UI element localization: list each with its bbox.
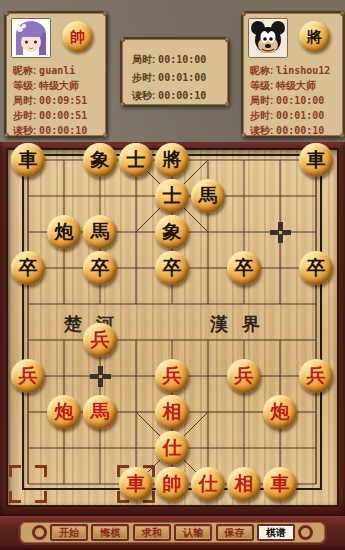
red-general-badge: 帥	[62, 21, 93, 52]
panel-corner-ornament	[225, 102, 230, 107]
piece-black-卒[interactable]: 卒	[11, 251, 45, 285]
panel-corner-ornament	[340, 11, 345, 16]
piece-black-炮[interactable]: 炮	[47, 215, 81, 249]
panel-corner-ornament	[241, 11, 246, 16]
info-label: 局时:	[132, 54, 158, 65]
piece-black-將[interactable]: 將	[155, 143, 189, 177]
info-value: 00:01:00	[158, 72, 206, 83]
black-info-row-2: 局时: 00:10:00	[250, 91, 340, 106]
player-panel-black: 將 昵称: linshou12等级: 特级大师局时: 00:10:00步时: 0…	[241, 11, 345, 138]
red-info-row-1: 等级: 特级大师	[13, 76, 103, 91]
piece-red-仕[interactable]: 仕	[155, 431, 189, 465]
panel-corner-ornament	[340, 133, 345, 138]
info-value: 特级大师	[276, 80, 316, 91]
black-info-row-4: 读秒: 00:00:10	[250, 121, 340, 136]
info-label: 等级:	[13, 80, 39, 91]
piece-black-車[interactable]: 車	[299, 143, 333, 177]
piece-red-兵[interactable]: 兵	[83, 323, 117, 357]
piece-black-馬[interactable]: 馬	[83, 215, 117, 249]
piece-black-士[interactable]: 士	[119, 143, 153, 177]
xiangqi-board[interactable]: 楚河 漢界 車象士將車士馬炮馬象卒卒卒卒卒兵兵兵兵兵炮馬相炮仕車帥仕相車	[8, 150, 337, 505]
bracket-corner	[35, 491, 47, 503]
info-value: 特级大师	[39, 80, 79, 91]
panel-corner-ornament	[4, 11, 9, 16]
red-info-row-2: 局时: 00:09:51	[13, 91, 103, 106]
black-player-info: 昵称: linshou12等级: 特级大师局时: 00:10:00步时: 00:…	[250, 61, 340, 136]
xiangqi-game-screen: 帥 昵称: guanli等级: 特级大师局时: 00:09:51步时: 00:0…	[0, 0, 345, 550]
red-player-info: 昵称: guanli等级: 特级大师局时: 00:09:51步时: 00:00:…	[13, 61, 103, 136]
info-label: 读秒:	[132, 90, 158, 101]
info-value: 00:01:00	[276, 110, 324, 121]
toolbar: 开始悔棋求和认输保存棋谱	[0, 516, 345, 550]
info-label: 读秒:	[250, 125, 276, 136]
info-label: 等级:	[250, 80, 276, 91]
info-value: 00:00:10	[158, 90, 206, 101]
info-label: 局时:	[250, 95, 276, 106]
piece-black-卒[interactable]: 卒	[299, 251, 333, 285]
board-frame: 楚河 漢界 車象士將車士馬炮馬象卒卒卒卒卒兵兵兵兵兵炮馬相炮仕車帥仕相車	[0, 142, 345, 516]
info-value: 00:09:51	[39, 95, 87, 106]
piece-black-卒[interactable]: 卒	[83, 251, 117, 285]
bracket-corner	[35, 465, 47, 477]
piece-red-兵[interactable]: 兵	[227, 359, 261, 393]
piece-red-兵[interactable]: 兵	[155, 359, 189, 393]
piece-red-車[interactable]: 車	[119, 467, 153, 501]
info-label: 昵称:	[250, 65, 276, 76]
avatar-black-player	[248, 18, 288, 58]
red-info-row-0: 昵称: guanli	[13, 61, 103, 76]
info-label: 步时:	[13, 110, 39, 121]
record-button[interactable]: 棋谱	[257, 524, 295, 541]
info-value: guanli	[39, 65, 75, 76]
info-value: 00:00:51	[39, 110, 87, 121]
piece-red-炮[interactable]: 炮	[47, 395, 81, 429]
cross-gap	[279, 231, 282, 234]
piece-black-卒[interactable]: 卒	[227, 251, 261, 285]
piece-red-相[interactable]: 相	[227, 467, 261, 501]
start-button[interactable]: 开始	[50, 524, 88, 541]
timer-info-row-2: 读秒: 00:00:10	[132, 85, 224, 103]
info-value: 00:10:00	[276, 95, 324, 106]
cross-gap	[99, 375, 102, 378]
red-info-row-4: 读秒: 00:00:10	[13, 121, 103, 136]
move-bracket-marker	[9, 465, 47, 503]
undo-button[interactable]: 悔棋	[91, 524, 129, 541]
panel-corner-ornament	[103, 11, 108, 16]
last-move-cross-marker	[270, 222, 291, 243]
avatar-red-player	[11, 18, 51, 58]
piece-red-兵[interactable]: 兵	[11, 359, 45, 393]
save-button[interactable]: 保存	[216, 524, 254, 541]
piece-red-車[interactable]: 車	[263, 467, 297, 501]
piece-red-兵[interactable]: 兵	[299, 359, 333, 393]
bracket-corner	[9, 465, 21, 477]
info-label: 步时:	[250, 110, 276, 121]
info-value: 00:00:10	[276, 125, 324, 136]
draw-button[interactable]: 求和	[133, 524, 171, 541]
piece-red-相[interactable]: 相	[155, 395, 189, 429]
player-panel-red: 帥 昵称: guanli等级: 特级大师局时: 00:09:51步时: 00:0…	[4, 11, 108, 138]
panel-corner-ornament	[225, 37, 230, 42]
timer-info-row-1: 步时: 00:01:00	[132, 67, 224, 85]
info-label: 昵称:	[13, 65, 39, 76]
piece-red-帥[interactable]: 帥	[155, 467, 189, 501]
piece-red-炮[interactable]: 炮	[263, 395, 297, 429]
piece-red-馬[interactable]: 馬	[83, 395, 117, 429]
river-text-right: 漢界	[210, 312, 274, 336]
red-info-row-3: 步时: 00:00:51	[13, 106, 103, 121]
piece-black-士[interactable]: 士	[155, 179, 189, 213]
toolbar-strip: 开始悔棋求和认输保存棋谱	[18, 520, 327, 545]
match-timer-info: 局时: 00:10:00步时: 00:01:00读秒: 00:00:10	[132, 49, 224, 103]
info-label: 步时:	[132, 72, 158, 83]
piece-red-仕[interactable]: 仕	[191, 467, 225, 501]
match-timer-panel: 局时: 00:10:00步时: 00:01:00读秒: 00:00:10	[120, 37, 230, 107]
info-value: 00:00:10	[39, 125, 87, 136]
panel-corner-ornament	[103, 133, 108, 138]
panel-corner-ornament	[120, 37, 125, 42]
piece-black-卒[interactable]: 卒	[155, 251, 189, 285]
piece-black-象[interactable]: 象	[83, 143, 117, 177]
info-label: 局时:	[13, 95, 39, 106]
black-info-row-1: 等级: 特级大师	[250, 76, 340, 91]
piece-black-象[interactable]: 象	[155, 215, 189, 249]
info-value: linshou12	[276, 65, 330, 76]
black-info-row-3: 步时: 00:01:00	[250, 106, 340, 121]
resign-button[interactable]: 认输	[174, 524, 212, 541]
info-value: 00:10:00	[158, 54, 206, 65]
bracket-corner	[9, 491, 21, 503]
panel-corner-ornament	[241, 133, 246, 138]
piece-black-馬[interactable]: 馬	[191, 179, 225, 213]
black-info-row-0: 昵称: linshou12	[250, 61, 340, 76]
piece-black-車[interactable]: 車	[11, 143, 45, 177]
panel-corner-ornament	[4, 133, 9, 138]
black-general-badge: 將	[299, 21, 330, 52]
info-label: 读秒:	[13, 125, 39, 136]
timer-info-row-0: 局时: 00:10:00	[132, 49, 224, 67]
panel-corner-ornament	[120, 102, 125, 107]
last-move-cross-marker	[90, 366, 111, 387]
